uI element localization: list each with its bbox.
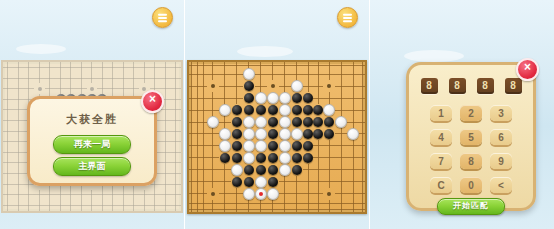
black-stone xyxy=(292,117,302,127)
digit-key-0[interactable]: 0 xyxy=(460,177,482,193)
board-cell[interactable] xyxy=(255,68,267,80)
board-cell[interactable] xyxy=(279,206,291,212)
board-cell[interactable] xyxy=(303,80,313,92)
board-cell[interactable] xyxy=(303,188,313,200)
board-cell[interactable] xyxy=(231,68,243,80)
board-cell[interactable] xyxy=(323,164,335,176)
black-stone xyxy=(303,153,313,163)
board-cell[interactable] xyxy=(207,164,219,176)
black-stone xyxy=(268,165,278,175)
cloud xyxy=(237,46,293,57)
white-stone xyxy=(243,68,255,80)
board-cell[interactable] xyxy=(347,152,359,164)
star-point xyxy=(327,192,331,196)
board-cell[interactable] xyxy=(207,140,219,152)
board-cell[interactable] xyxy=(291,188,303,200)
board-cell[interactable] xyxy=(219,188,231,200)
room-digit-display: 8 xyxy=(477,78,494,94)
board-cell[interactable] xyxy=(347,116,359,128)
board-cell[interactable] xyxy=(207,68,219,80)
black-stone xyxy=(268,117,278,127)
black-stone xyxy=(244,177,254,187)
board-cell[interactable] xyxy=(347,140,359,152)
board-cell[interactable] xyxy=(207,128,219,140)
white-stone xyxy=(279,140,291,152)
panel-game-board xyxy=(185,0,369,229)
backspace-key[interactable]: < xyxy=(490,177,512,193)
board-cell[interactable] xyxy=(219,116,231,128)
digit-key-4[interactable]: 4 xyxy=(430,129,452,145)
black-stone xyxy=(232,129,242,139)
board-cell[interactable] xyxy=(219,206,231,212)
white-stone xyxy=(291,128,303,140)
white-stone xyxy=(279,116,291,128)
white-stone xyxy=(255,176,267,188)
board-cell[interactable] xyxy=(219,164,231,176)
gomoku-board xyxy=(187,60,367,214)
black-stone xyxy=(324,117,334,127)
board-cell[interactable] xyxy=(335,128,347,140)
main-menu-button[interactable]: 主界面 xyxy=(53,157,131,176)
board-cell[interactable] xyxy=(335,92,347,104)
white-stone xyxy=(255,188,267,200)
black-stone xyxy=(292,105,302,115)
board-cell[interactable] xyxy=(207,206,219,212)
white-stone xyxy=(255,140,267,152)
black-stone xyxy=(292,93,302,103)
board-cell[interactable] xyxy=(347,164,359,176)
board-cell[interactable] xyxy=(359,140,365,152)
board-cell[interactable] xyxy=(279,188,291,200)
digit-key-3[interactable]: 3 xyxy=(490,105,512,121)
white-stone xyxy=(347,128,359,140)
board-cell[interactable] xyxy=(313,68,323,80)
board-cell[interactable] xyxy=(347,206,359,212)
board-cell[interactable] xyxy=(323,176,335,188)
black-stone xyxy=(256,105,266,115)
board-cell[interactable] xyxy=(323,140,335,152)
board-cell[interactable] xyxy=(207,92,219,104)
board-cell[interactable] xyxy=(323,68,335,80)
board-cell[interactable] xyxy=(231,206,243,212)
white-stone xyxy=(243,128,255,140)
clear-key[interactable]: C xyxy=(430,177,452,193)
list-menu-icon xyxy=(343,17,352,19)
black-stone xyxy=(268,141,278,151)
close-icon[interactable]: × xyxy=(141,90,164,113)
screenshot-stage: 大获全胜 再来一局 主界面 × × 8888 123456789C0< 开始匹配 xyxy=(0,0,554,229)
board-cell[interactable] xyxy=(303,206,313,212)
white-stone xyxy=(243,140,255,152)
board-cell[interactable] xyxy=(347,80,359,92)
board-cell[interactable] xyxy=(243,206,255,212)
white-stone xyxy=(335,116,347,128)
white-stone xyxy=(279,152,291,164)
white-stone xyxy=(255,116,267,128)
room-digit-display: 8 xyxy=(421,78,438,94)
digit-key-5[interactable]: 5 xyxy=(460,129,482,145)
board-cell[interactable] xyxy=(335,188,347,200)
black-stone xyxy=(268,153,278,163)
board-cell[interactable] xyxy=(347,92,359,104)
board-cell[interactable] xyxy=(359,92,365,104)
board-cell[interactable] xyxy=(359,206,365,212)
list-menu-icon xyxy=(158,17,167,19)
black-stone xyxy=(292,153,302,163)
board-cell[interactable] xyxy=(279,80,291,92)
white-stone xyxy=(219,128,231,140)
black-stone xyxy=(244,93,254,103)
board-cell[interactable] xyxy=(313,140,323,152)
digit-key-6[interactable]: 6 xyxy=(490,129,512,145)
black-stone xyxy=(232,153,242,163)
room-digit-display: 8 xyxy=(449,78,466,94)
digit-key-9[interactable]: 9 xyxy=(490,153,512,169)
board-cell[interactable] xyxy=(201,80,207,92)
board-cell[interactable] xyxy=(347,188,359,200)
board-cell[interactable] xyxy=(323,152,335,164)
white-stone xyxy=(279,164,291,176)
star-point xyxy=(211,192,215,196)
white-stone xyxy=(279,104,291,116)
board-cell[interactable] xyxy=(219,92,231,104)
panel-match-keypad: × 8888 123456789C0< 开始匹配 xyxy=(370,0,554,229)
board-cell[interactable] xyxy=(231,188,243,200)
menu-button[interactable] xyxy=(152,7,173,28)
board-cell[interactable] xyxy=(313,188,323,200)
board-cell[interactable] xyxy=(313,164,323,176)
board-cell[interactable] xyxy=(303,164,313,176)
board-cell[interactable] xyxy=(347,104,359,116)
board-cell[interactable] xyxy=(359,188,365,200)
black-stone xyxy=(268,105,278,115)
board-cell[interactable] xyxy=(335,164,347,176)
black-stone xyxy=(303,93,313,103)
board-cell[interactable] xyxy=(219,176,231,188)
board-cell[interactable] xyxy=(219,80,231,92)
board-cell[interactable] xyxy=(359,152,365,164)
board-cell[interactable] xyxy=(207,104,219,116)
board-cell[interactable] xyxy=(219,68,231,80)
board-cell[interactable] xyxy=(347,68,359,80)
white-stone xyxy=(279,128,291,140)
board-cell[interactable] xyxy=(313,152,323,164)
white-stone xyxy=(231,164,243,176)
white-stone xyxy=(219,104,231,116)
board-cell[interactable] xyxy=(323,206,335,212)
digit-key-8[interactable]: 8 xyxy=(460,153,482,169)
panel-game-over: 大获全胜 再来一局 主界面 × xyxy=(0,0,184,229)
black-stone xyxy=(232,105,242,115)
last-move-marker xyxy=(259,192,263,196)
black-stone xyxy=(303,105,313,115)
white-stone xyxy=(243,188,255,200)
white-stone xyxy=(291,80,303,92)
board-cell[interactable] xyxy=(279,176,291,188)
star-point xyxy=(271,84,275,88)
board-cell[interactable] xyxy=(347,176,359,188)
board-cell[interactable] xyxy=(335,176,347,188)
white-stone xyxy=(255,92,267,104)
board-cell[interactable] xyxy=(323,92,335,104)
board-cell[interactable] xyxy=(335,68,347,80)
black-stone xyxy=(244,81,254,91)
keypad-card: × 8888 123456789C0< 开始匹配 xyxy=(406,62,536,211)
board-cell[interactable] xyxy=(359,80,365,92)
board-cell[interactable] xyxy=(359,116,365,128)
black-stone xyxy=(303,141,313,151)
board-cell[interactable] xyxy=(335,152,347,164)
white-stone xyxy=(243,116,255,128)
board-cell[interactable] xyxy=(335,104,347,116)
white-stone xyxy=(255,128,267,140)
black-stone xyxy=(313,129,323,139)
board-cell[interactable] xyxy=(335,206,347,212)
black-stone xyxy=(313,117,323,127)
star-point xyxy=(211,84,215,88)
board-cell[interactable] xyxy=(359,164,365,176)
white-stone xyxy=(207,116,219,128)
digit-key-1[interactable]: 1 xyxy=(430,105,452,121)
black-stone xyxy=(220,153,230,163)
white-stone xyxy=(267,92,279,104)
board-cell[interactable] xyxy=(313,176,323,188)
board-cell[interactable] xyxy=(267,206,279,212)
black-stone xyxy=(256,165,266,175)
board-cell[interactable] xyxy=(255,80,267,92)
digit-key-7[interactable]: 7 xyxy=(430,153,452,169)
start-match-button[interactable]: 开始匹配 xyxy=(437,198,505,215)
black-stone xyxy=(244,105,254,115)
board-cell[interactable] xyxy=(359,68,365,80)
play-again-button[interactable]: 再来一局 xyxy=(53,135,131,154)
board-cell[interactable] xyxy=(359,128,365,140)
white-stone xyxy=(267,188,279,200)
board-cell[interactable] xyxy=(207,152,219,164)
white-stone xyxy=(279,92,291,104)
black-stone xyxy=(256,153,266,163)
digit-key-2[interactable]: 2 xyxy=(460,105,482,121)
white-stone xyxy=(243,152,255,164)
board-cell[interactable] xyxy=(201,188,207,200)
board-cell[interactable] xyxy=(279,68,291,80)
board-cell[interactable] xyxy=(303,68,313,80)
room-digit-display: 8 xyxy=(505,78,522,94)
board-cell[interactable] xyxy=(313,92,323,104)
black-stone xyxy=(232,141,242,151)
black-stone xyxy=(244,165,254,175)
star-point xyxy=(327,84,331,88)
black-stone xyxy=(303,129,313,139)
victory-title: 大获全胜 xyxy=(30,112,154,127)
board-cell[interactable] xyxy=(335,80,347,92)
room-number-display: 8888 xyxy=(409,78,533,94)
white-stone xyxy=(219,140,231,152)
black-stone xyxy=(232,117,242,127)
board-cell[interactable] xyxy=(291,68,303,80)
black-stone xyxy=(324,129,334,139)
board-cell[interactable] xyxy=(303,176,313,188)
board-cell[interactable] xyxy=(313,206,323,212)
black-stone xyxy=(292,141,302,151)
number-keypad: 123456789C0< xyxy=(430,105,512,193)
board-cell[interactable] xyxy=(267,68,279,80)
cloud xyxy=(16,44,66,54)
black-stone xyxy=(303,117,313,127)
cloud xyxy=(404,50,464,62)
black-stone xyxy=(268,177,278,187)
black-stone xyxy=(268,129,278,139)
black-stone xyxy=(292,165,302,175)
board-cell[interactable] xyxy=(359,176,365,188)
board-cell[interactable] xyxy=(231,92,243,104)
white-stone xyxy=(323,104,335,116)
board-cell[interactable] xyxy=(291,206,303,212)
board-cell[interactable] xyxy=(231,80,243,92)
board-cell[interactable] xyxy=(359,104,365,116)
close-icon[interactable]: × xyxy=(516,58,539,81)
board-cell[interactable] xyxy=(313,80,323,92)
black-stone xyxy=(232,177,242,187)
board-cell[interactable] xyxy=(291,176,303,188)
board-cell[interactable] xyxy=(335,140,347,152)
menu-button[interactable] xyxy=(337,7,358,28)
victory-dialog: 大获全胜 再来一局 主界面 × xyxy=(27,96,157,186)
board-cell[interactable] xyxy=(255,206,267,212)
black-stone xyxy=(313,105,323,115)
board-cell[interactable] xyxy=(207,176,219,188)
